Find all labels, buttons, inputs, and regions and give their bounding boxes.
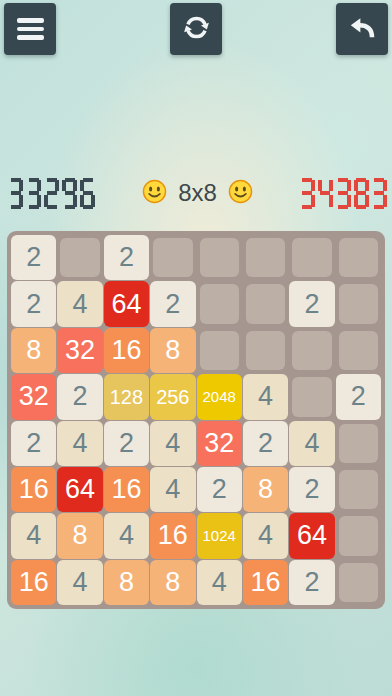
tile-16: 16 [243,560,288,605]
cell: 16 [107,331,146,370]
tile-2: 2 [289,281,334,326]
tile-256: 256 [150,374,195,419]
tile-8: 8 [57,513,102,558]
board-size-label: 8x8 [178,179,217,207]
cell: 2 [14,238,53,277]
empty-cell [246,331,285,370]
empty-cell [339,331,378,370]
cell: 4 [60,424,99,463]
cell: 128 [107,377,146,416]
cell: 2048 [200,377,239,416]
tile-16: 16 [104,467,149,512]
empty-cell [339,516,378,555]
tile-4: 4 [57,421,102,466]
tile-2: 2 [289,467,334,512]
tile-2048: 2048 [197,374,242,419]
empty-cell [246,284,285,323]
cell: 4 [60,284,99,323]
tile-4: 4 [197,560,242,605]
tile-2: 2 [11,235,56,280]
empty-cell [339,424,378,463]
empty-cell [292,238,331,277]
cell: 4 [246,516,285,555]
cell: 8 [246,470,285,509]
tile-64: 64 [289,513,334,558]
cell: 32 [14,377,53,416]
tile-16: 16 [11,467,56,512]
cell: 4 [153,470,192,509]
cell: 8 [14,331,53,370]
restart-button[interactable] [170,3,222,55]
cell: 2 [246,424,285,463]
cell: 16 [246,563,285,602]
tile-16: 16 [150,513,195,558]
tile-2: 2 [243,421,288,466]
tile-8: 8 [150,328,195,373]
current-score [8,178,95,209]
tile-2: 2 [11,421,56,466]
cell: 4 [153,424,192,463]
cell: 16 [14,563,53,602]
cell: 4 [14,516,53,555]
tile-2: 2 [336,374,381,419]
cell: 8 [153,563,192,602]
score-row: 8x8 [8,177,387,209]
empty-cell [339,563,378,602]
cell: 2 [292,470,331,509]
cell: 2 [14,284,53,323]
undo-arrow-icon [346,12,378,47]
cell: 256 [153,377,192,416]
tile-4: 4 [243,374,288,419]
cell: 2 [107,424,146,463]
cell: 4 [292,424,331,463]
cell: 1024 [200,516,239,555]
tile-4: 4 [11,513,56,558]
tile-8: 8 [11,328,56,373]
cell: 8 [60,516,99,555]
cell: 4 [246,377,285,416]
empty-cell [339,284,378,323]
cell: 2 [292,563,331,602]
tile-32: 32 [11,374,56,419]
cell: 2 [14,424,53,463]
tile-64: 64 [57,467,102,512]
refresh-icon [181,12,212,46]
cell: 16 [14,470,53,509]
tile-2: 2 [104,235,149,280]
tile-64: 64 [104,281,149,326]
cell: 2 [60,377,99,416]
tile-4: 4 [57,560,102,605]
tile-4: 4 [150,467,195,512]
cell: 8 [153,331,192,370]
empty-cell [292,377,331,416]
tile-1024: 1024 [197,513,242,558]
hamburger-menu-icon [17,18,44,40]
cell: 64 [107,284,146,323]
tile-8: 8 [150,560,195,605]
tile-32: 32 [57,328,102,373]
tile-128: 128 [104,374,149,419]
game-screen: 8x8 222464228321683221282562048422424322… [0,0,392,696]
tile-2: 2 [150,281,195,326]
empty-cell [200,284,239,323]
tile-2: 2 [104,421,149,466]
cell: 4 [107,516,146,555]
empty-cell [153,238,192,277]
cell: 4 [60,563,99,602]
empty-cell [200,238,239,277]
tile-16: 16 [104,328,149,373]
tile-4: 4 [289,421,334,466]
empty-cell [246,238,285,277]
tile-2: 2 [197,467,242,512]
tile-16: 16 [11,560,56,605]
cell: 16 [153,516,192,555]
tile-8: 8 [104,560,149,605]
tile-32: 32 [197,421,242,466]
empty-cell [339,238,378,277]
empty-cell [339,470,378,509]
undo-button[interactable] [336,3,388,55]
cell: 64 [292,516,331,555]
cell: 32 [60,331,99,370]
empty-cell [200,331,239,370]
tile-8: 8 [243,467,288,512]
cell: 2 [107,238,146,277]
cell: 16 [107,470,146,509]
cell: 4 [200,563,239,602]
game-board[interactable]: 2224642283216832212825620484224243224166… [7,231,385,609]
empty-cell [292,331,331,370]
tile-4: 4 [57,281,102,326]
cell: 32 [200,424,239,463]
toolbar [4,3,388,55]
tile-4: 4 [150,421,195,466]
cell: 2 [339,377,378,416]
cell: 2 [153,284,192,323]
tile-2: 2 [11,281,56,326]
tile-2: 2 [57,374,102,419]
cell: 2 [200,470,239,509]
smiley-icon [228,179,253,208]
cell: 8 [107,563,146,602]
tile-2: 2 [289,560,334,605]
menu-button[interactable] [4,3,56,55]
tile-4: 4 [104,513,149,558]
cell: 64 [60,470,99,509]
cell: 2 [292,284,331,323]
tile-4: 4 [243,513,288,558]
smiley-icon [142,179,167,208]
empty-cell [60,238,99,277]
best-score [300,178,387,209]
mode-indicator: 8x8 [142,179,253,208]
